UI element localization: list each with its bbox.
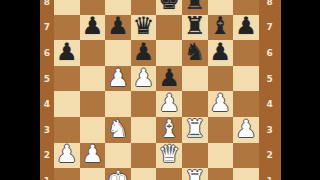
black-knight-f6: ♞ — [184, 40, 206, 64]
black-bishop-g7: ♝ — [210, 14, 232, 38]
square-e1 — [156, 168, 182, 180]
white-pawn-b2: ♟ — [82, 142, 104, 166]
square-e8: ♚ — [156, 0, 182, 15]
square-g5 — [208, 66, 234, 92]
white-pawn-g4: ♟ — [210, 91, 232, 115]
square-d7: ♛ — [131, 15, 157, 41]
chess-board: 87654321 ♚♜♟♟♛♜♝♟♟♟♞♟♟♟♟♟♟♞♝♜♟♟♟♛♚♜ 8765… — [40, 0, 281, 180]
video-frame: 87654321 ♚♜♟♟♛♜♝♟♟♟♞♟♟♟♟♟♟♞♝♜♟♟♟♛♚♜ 8765… — [0, 0, 320, 180]
rank-label-left-8: 8 — [40, 0, 54, 15]
black-king-e8: ♚ — [158, 0, 180, 13]
square-e4: ♟ — [156, 91, 182, 117]
square-c6 — [105, 40, 131, 66]
square-g7: ♝ — [208, 15, 234, 41]
square-c4 — [105, 91, 131, 117]
square-d4 — [131, 91, 157, 117]
white-pawn-e4: ♟ — [158, 91, 180, 115]
rank-label-left-3: 3 — [40, 117, 54, 143]
rank-labels-right: 87654321 — [259, 0, 281, 180]
rank-labels-left: 87654321 — [40, 0, 54, 180]
square-a4 — [54, 91, 80, 117]
rank-label-right-6: 6 — [259, 40, 281, 66]
rank-label-left-1: 1 — [40, 168, 54, 180]
square-h1 — [233, 168, 259, 180]
square-b7: ♟ — [80, 15, 106, 41]
square-g4: ♟ — [208, 91, 234, 117]
square-h7: ♟ — [233, 15, 259, 41]
square-b3 — [80, 117, 106, 143]
square-h5 — [233, 66, 259, 92]
black-pawn-e5: ♟ — [158, 66, 180, 90]
white-king-c1: ♚ — [107, 168, 129, 180]
square-f4 — [182, 91, 208, 117]
square-e7 — [156, 15, 182, 41]
square-a8 — [54, 0, 80, 15]
square-a6: ♟ — [54, 40, 80, 66]
white-bishop-e3: ♝ — [158, 117, 180, 141]
square-f2 — [182, 143, 208, 169]
square-g2 — [208, 143, 234, 169]
square-d1 — [131, 168, 157, 180]
square-d3 — [131, 117, 157, 143]
square-a7 — [54, 15, 80, 41]
square-g3 — [208, 117, 234, 143]
white-rook-f3: ♜ — [184, 117, 206, 141]
white-pawn-h3: ♟ — [235, 117, 257, 141]
black-pawn-c7: ♟ — [107, 14, 129, 38]
rank-label-right-5: 5 — [259, 66, 281, 92]
square-f7: ♜ — [182, 15, 208, 41]
white-pawn-c5: ♟ — [107, 66, 129, 90]
black-queen-d7: ♛ — [133, 14, 155, 38]
square-a1 — [54, 168, 80, 180]
black-pawn-d6: ♟ — [133, 40, 155, 64]
black-rook-f8: ♜ — [184, 0, 206, 13]
square-h3: ♟ — [233, 117, 259, 143]
square-g1 — [208, 168, 234, 180]
rank-label-right-4: 4 — [259, 91, 281, 117]
square-b2: ♟ — [80, 143, 106, 169]
rank-label-right-7: 7 — [259, 15, 281, 41]
square-b1 — [80, 168, 106, 180]
black-pawn-h7: ♟ — [235, 14, 257, 38]
square-a3 — [54, 117, 80, 143]
square-a2: ♟ — [54, 143, 80, 169]
square-d2 — [131, 143, 157, 169]
rank-label-left-6: 6 — [40, 40, 54, 66]
square-f3: ♜ — [182, 117, 208, 143]
black-pawn-b7: ♟ — [82, 14, 104, 38]
rank-label-left-2: 2 — [40, 143, 54, 169]
square-e5: ♟ — [156, 66, 182, 92]
black-pawn-g6: ♟ — [210, 40, 232, 64]
rank-label-left-5: 5 — [40, 66, 54, 92]
square-h4 — [233, 91, 259, 117]
square-h6 — [233, 40, 259, 66]
white-knight-c3: ♞ — [107, 117, 129, 141]
white-pawn-d5: ♟ — [133, 66, 155, 90]
rank-label-left-4: 4 — [40, 91, 54, 117]
black-rook-f7: ♜ — [184, 14, 206, 38]
square-c1: ♚ — [105, 168, 131, 180]
square-b6 — [80, 40, 106, 66]
square-e6 — [156, 40, 182, 66]
square-d5: ♟ — [131, 66, 157, 92]
square-c5: ♟ — [105, 66, 131, 92]
square-c2 — [105, 143, 131, 169]
square-b5 — [80, 66, 106, 92]
square-c7: ♟ — [105, 15, 131, 41]
square-e2: ♛ — [156, 143, 182, 169]
square-g6: ♟ — [208, 40, 234, 66]
board-grid: ♚♜♟♟♛♜♝♟♟♟♞♟♟♟♟♟♟♞♝♜♟♟♟♛♚♜ — [54, 0, 259, 180]
rank-label-right-2: 2 — [259, 143, 281, 169]
rank-label-right-8: 8 — [259, 0, 281, 15]
square-c3: ♞ — [105, 117, 131, 143]
rank-label-left-7: 7 — [40, 15, 54, 41]
white-queen-e2: ♛ — [158, 142, 180, 166]
square-e3: ♝ — [156, 117, 182, 143]
rank-label-right-3: 3 — [259, 117, 281, 143]
black-pawn-a6: ♟ — [56, 40, 78, 64]
square-f1: ♜ — [182, 168, 208, 180]
square-d6: ♟ — [131, 40, 157, 66]
white-pawn-a2: ♟ — [56, 142, 78, 166]
rank-label-right-1: 1 — [259, 168, 281, 180]
square-h2 — [233, 143, 259, 169]
square-f6: ♞ — [182, 40, 208, 66]
square-f5 — [182, 66, 208, 92]
square-b4 — [80, 91, 106, 117]
square-a5 — [54, 66, 80, 92]
white-rook-f1: ♜ — [184, 168, 206, 180]
